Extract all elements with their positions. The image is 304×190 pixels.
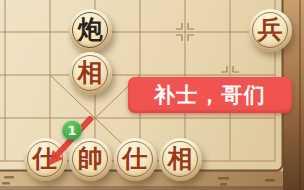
red-advisor[interactable]: 仕 xyxy=(114,138,157,181)
piece-character: 兵 xyxy=(258,17,283,42)
red-advisor[interactable]: 仕 xyxy=(24,138,67,181)
piece-character: 仕 xyxy=(33,146,58,171)
black-cannon[interactable]: 炮 xyxy=(69,9,112,52)
move-number: 1 xyxy=(67,124,76,137)
red-soldier[interactable]: 兵 xyxy=(249,9,292,52)
move-number-badge: 1 xyxy=(62,120,82,140)
piece-character: 相 xyxy=(78,60,103,85)
chat-banner-text: 补士，哥们 xyxy=(154,85,267,106)
piece-character: 相 xyxy=(168,146,193,171)
chat-banner: 补士，哥们 xyxy=(128,77,292,113)
red-general[interactable]: 帥 xyxy=(69,138,112,181)
piece-character: 帥 xyxy=(78,146,103,171)
piece-character: 炮 xyxy=(78,17,103,42)
red-elephant[interactable]: 相 xyxy=(69,52,112,95)
xiangqi-board[interactable]: 炮相兵仕帥仕相 1 补士，哥们 xyxy=(0,0,304,190)
red-elephant[interactable]: 相 xyxy=(159,138,202,181)
piece-character: 仕 xyxy=(123,146,148,171)
